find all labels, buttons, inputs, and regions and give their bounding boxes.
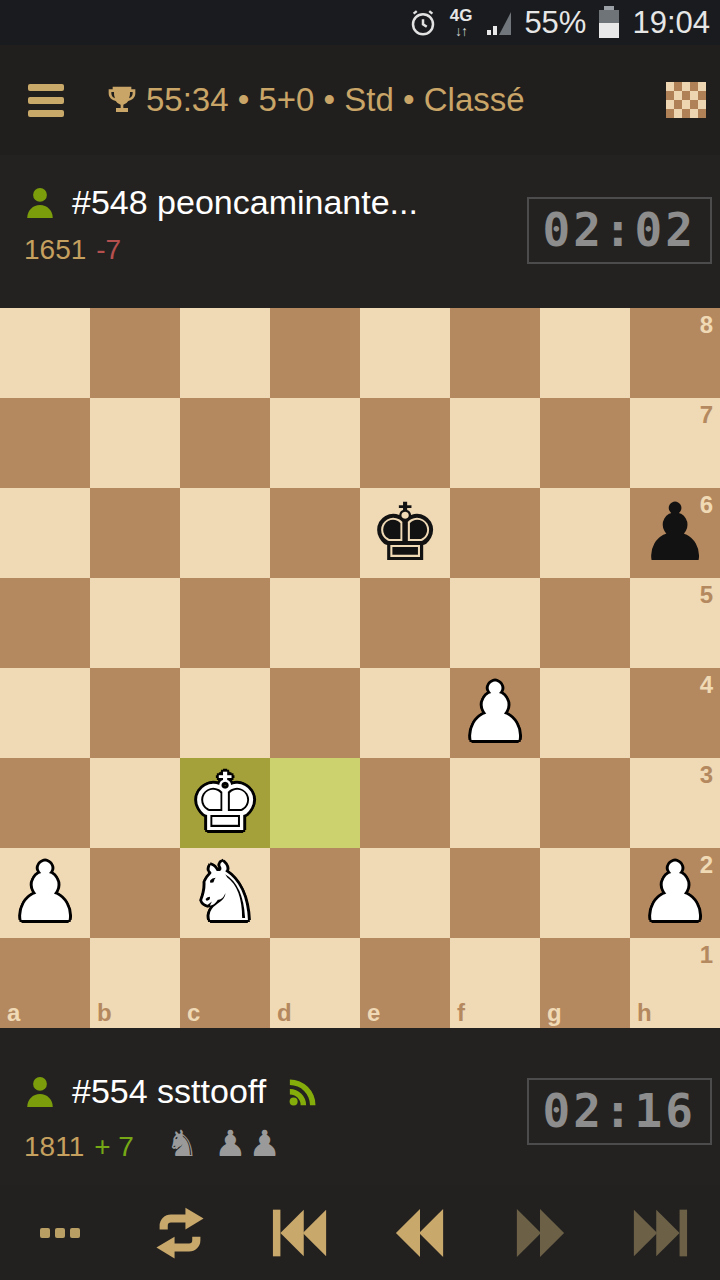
- rank-label-5: 5: [700, 583, 713, 607]
- flip-board-button[interactable]: [120, 1185, 240, 1280]
- white-king[interactable]: ♚: [189, 758, 261, 848]
- menu-dots-button[interactable]: [0, 1185, 120, 1280]
- square-a6[interactable]: [0, 488, 90, 578]
- captured-pawn-icon: ♟: [214, 1123, 248, 1164]
- square-g8[interactable]: [540, 308, 630, 398]
- square-h3[interactable]: 3: [630, 758, 720, 848]
- square-f1[interactable]: f: [450, 938, 540, 1028]
- square-h5[interactable]: 5: [630, 578, 720, 668]
- flip-board-icon: [151, 1206, 209, 1260]
- square-b6[interactable]: [90, 488, 180, 578]
- square-e7[interactable]: [360, 398, 450, 488]
- square-g1[interactable]: g: [540, 938, 630, 1028]
- square-d7[interactable]: [270, 398, 360, 488]
- square-c2[interactable]: ♞: [180, 848, 270, 938]
- player-bottom-rating: 1811: [24, 1131, 84, 1163]
- file-label-d: d: [277, 1001, 292, 1025]
- square-g4[interactable]: [540, 668, 630, 758]
- rank-label-8: 8: [700, 313, 713, 337]
- alarm-icon: [408, 8, 438, 38]
- black-king[interactable]: ♚: [369, 488, 441, 578]
- square-e4[interactable]: [360, 668, 450, 758]
- player-top-rating-diff: -7: [96, 234, 121, 266]
- square-c4[interactable]: [180, 668, 270, 758]
- player-top-clock: 02:02: [527, 197, 712, 264]
- square-g6[interactable]: [540, 488, 630, 578]
- captured-knight-icon: ♞: [166, 1123, 200, 1164]
- square-e1[interactable]: e: [360, 938, 450, 1028]
- app-header: 55:34 • 5+0 • Std • Classé: [0, 45, 720, 155]
- player-top-rating: 1651: [24, 234, 86, 266]
- file-label-c: c: [187, 1001, 200, 1025]
- square-e3[interactable]: [360, 758, 450, 848]
- square-h4[interactable]: 4: [630, 668, 720, 758]
- square-e2[interactable]: [360, 848, 450, 938]
- first-move-icon: [272, 1206, 328, 1260]
- player-bottom-clock: 02:16: [527, 1078, 712, 1145]
- square-h1[interactable]: 1h: [630, 938, 720, 1028]
- square-f7[interactable]: [450, 398, 540, 488]
- data-arrows-icon: ↓↑: [455, 24, 467, 38]
- square-c8[interactable]: [180, 308, 270, 398]
- square-d3[interactable]: [270, 758, 360, 848]
- square-d4[interactable]: [270, 668, 360, 758]
- clock-time: 19:04: [632, 5, 710, 41]
- chess-board: 87♚6♟5♟4♚3♟♞2♟abcdefg1h: [0, 308, 720, 1028]
- square-c5[interactable]: [180, 578, 270, 668]
- square-f5[interactable]: [450, 578, 540, 668]
- square-e5[interactable]: [360, 578, 450, 668]
- square-a8[interactable]: [0, 308, 90, 398]
- signal-icon: [484, 9, 512, 37]
- square-b4[interactable]: [90, 668, 180, 758]
- square-d5[interactable]: [270, 578, 360, 668]
- square-c6[interactable]: [180, 488, 270, 578]
- square-b2[interactable]: [90, 848, 180, 938]
- battery-icon: [598, 6, 620, 39]
- square-f6[interactable]: [450, 488, 540, 578]
- square-e6[interactable]: ♚: [360, 488, 450, 578]
- file-label-h: h: [637, 1001, 652, 1025]
- square-h2[interactable]: 2♟: [630, 848, 720, 938]
- square-a7[interactable]: [0, 398, 90, 488]
- mobile-data-icon: 4G ↓↑: [450, 7, 473, 38]
- square-c7[interactable]: [180, 398, 270, 488]
- player-icon: [22, 1074, 58, 1110]
- square-c1[interactable]: c: [180, 938, 270, 1028]
- toolbar: [0, 1185, 720, 1280]
- status-bar: 4G ↓↑ 55% 19:04: [0, 0, 720, 45]
- file-label-a: a: [7, 1001, 20, 1025]
- square-b8[interactable]: [90, 308, 180, 398]
- file-label-f: f: [457, 1001, 465, 1025]
- square-g2[interactable]: [540, 848, 630, 938]
- next-move-icon: [514, 1206, 566, 1260]
- square-c3[interactable]: ♚: [180, 758, 270, 848]
- square-f4[interactable]: ♟: [450, 668, 540, 758]
- square-a3[interactable]: [0, 758, 90, 848]
- square-b7[interactable]: [90, 398, 180, 488]
- white-knight[interactable]: ♞: [189, 848, 261, 938]
- file-label-b: b: [97, 1001, 112, 1025]
- square-a4[interactable]: [0, 668, 90, 758]
- player-top: #548 peoncaminante... 1651 -7 02:02: [0, 155, 720, 308]
- square-h6[interactable]: 6♟: [630, 488, 720, 578]
- hamburger-menu-icon[interactable]: [28, 84, 64, 117]
- square-g7[interactable]: [540, 398, 630, 488]
- player-bottom: #554 ssttooff 1811 + 7 ♞♟♟ 02:16: [0, 1028, 720, 1185]
- white-pawn[interactable]: ♟: [459, 668, 531, 758]
- rank-label-2: 2: [700, 853, 713, 877]
- board-thumbnail-icon[interactable]: [666, 82, 706, 118]
- square-h8[interactable]: 8: [630, 308, 720, 398]
- menu-dots-icon: [40, 1228, 80, 1238]
- square-a2[interactable]: ♟: [0, 848, 90, 938]
- square-h7[interactable]: 7: [630, 398, 720, 488]
- square-f8[interactable]: [450, 308, 540, 398]
- square-a5[interactable]: [0, 578, 90, 668]
- last-move-icon: [632, 1206, 688, 1260]
- square-b3[interactable]: [90, 758, 180, 848]
- trophy-icon: [106, 84, 138, 116]
- rank-label-7: 7: [700, 403, 713, 427]
- rank-label-4: 4: [700, 673, 713, 697]
- square-b1[interactable]: b: [90, 938, 180, 1028]
- square-g5[interactable]: [540, 578, 630, 668]
- rank-label-6: 6: [700, 493, 713, 517]
- square-d1[interactable]: d: [270, 938, 360, 1028]
- square-f3[interactable]: [450, 758, 540, 848]
- rank-label-1: 1: [700, 943, 713, 967]
- file-label-e: e: [367, 1001, 380, 1025]
- player-bottom-name[interactable]: #554 ssttooff: [72, 1072, 266, 1111]
- player-bottom-rating-diff: + 7: [94, 1131, 134, 1163]
- square-d8[interactable]: [270, 308, 360, 398]
- file-label-g: g: [547, 1001, 562, 1025]
- rank-label-3: 3: [700, 763, 713, 787]
- square-a1[interactable]: a: [0, 938, 90, 1028]
- square-d2[interactable]: [270, 848, 360, 938]
- broadcast-rss-icon: [288, 1077, 318, 1107]
- square-e8[interactable]: [360, 308, 450, 398]
- captured-pawn-icon: ♟: [248, 1123, 282, 1164]
- game-info-header: 55:34 • 5+0 • Std • Classé: [106, 81, 525, 119]
- player-icon: [22, 185, 58, 221]
- square-d6[interactable]: [270, 488, 360, 578]
- square-g3[interactable]: [540, 758, 630, 848]
- last-move-button[interactable]: [600, 1185, 720, 1280]
- battery-percent: 55%: [524, 5, 586, 41]
- square-f2[interactable]: [450, 848, 540, 938]
- square-b5[interactable]: [90, 578, 180, 668]
- white-pawn[interactable]: ♟: [9, 848, 81, 938]
- phone-screen: 4G ↓↑ 55% 19:04 55:34 • 5+0 • Std • Clas…: [0, 0, 720, 1280]
- previous-move-icon: [394, 1206, 446, 1260]
- captured-pieces: ♞♟♟: [166, 1123, 283, 1164]
- first-move-button[interactable]: [240, 1185, 360, 1280]
- player-top-name[interactable]: #548 peoncaminante...: [72, 183, 418, 222]
- game-info-text: 55:34 • 5+0 • Std • Classé: [146, 81, 525, 119]
- next-move-button[interactable]: [480, 1185, 600, 1280]
- previous-move-button[interactable]: [360, 1185, 480, 1280]
